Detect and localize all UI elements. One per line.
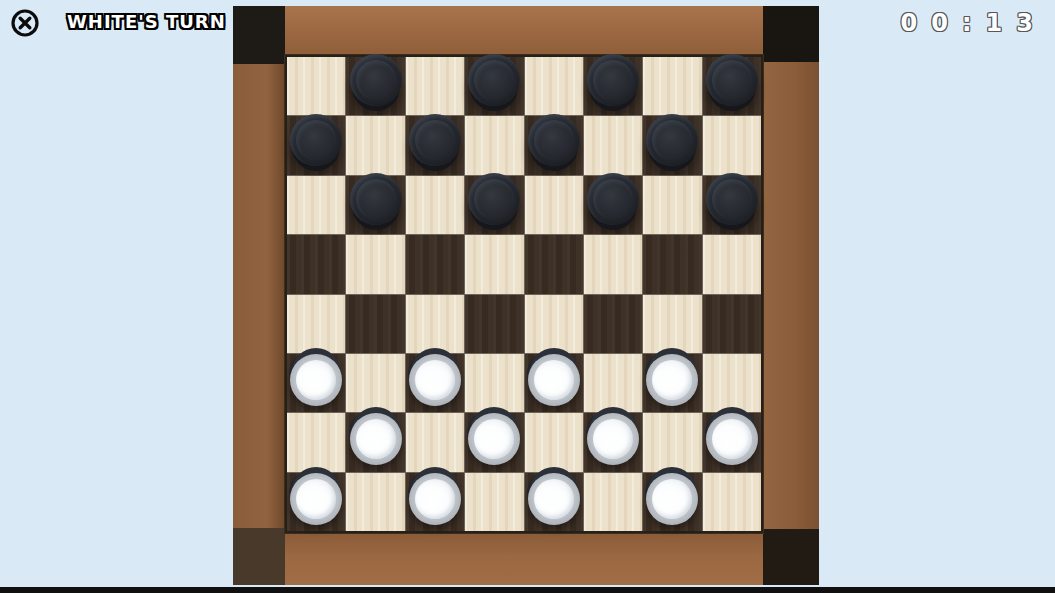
square-g6 [643,176,701,234]
square-b2[interactable] [346,413,404,471]
square-f5 [584,235,642,293]
square-h6[interactable] [703,176,761,234]
black-piece[interactable] [409,114,461,166]
square-d8[interactable] [465,57,523,115]
square-a4 [287,295,345,353]
square-d3 [465,354,523,412]
square-d1 [465,473,523,531]
black-piece[interactable] [528,114,580,166]
square-h7 [703,116,761,174]
close-button[interactable] [9,7,41,39]
square-c7[interactable] [406,116,464,174]
bottom-bar [0,587,1055,593]
square-a5[interactable] [287,235,345,293]
square-h1 [703,473,761,531]
white-piece[interactable] [409,354,461,406]
square-a7[interactable] [287,116,345,174]
square-g4 [643,295,701,353]
square-e7[interactable] [525,116,583,174]
board-frame-right [763,60,819,530]
square-e6 [525,176,583,234]
square-c3[interactable] [406,354,464,412]
square-c8 [406,57,464,115]
black-piece[interactable] [468,54,520,106]
white-piece[interactable] [528,473,580,525]
game-timer: 00:13 [901,9,1047,37]
white-piece[interactable] [409,473,461,525]
square-a2 [287,413,345,471]
square-e8 [525,57,583,115]
board-frame-top [283,6,765,56]
square-e3[interactable] [525,354,583,412]
white-piece[interactable] [290,354,342,406]
black-piece[interactable] [587,173,639,225]
square-e5[interactable] [525,235,583,293]
square-f8[interactable] [584,57,642,115]
square-b6[interactable] [346,176,404,234]
square-h3 [703,354,761,412]
square-g7[interactable] [643,116,701,174]
black-piece[interactable] [468,173,520,225]
square-h2[interactable] [703,413,761,471]
square-f4[interactable] [584,295,642,353]
square-d2[interactable] [465,413,523,471]
black-piece[interactable] [587,54,639,106]
square-b3 [346,354,404,412]
white-piece[interactable] [468,413,520,465]
board-frame-bottom [283,532,765,585]
square-f3 [584,354,642,412]
square-a1[interactable] [287,473,345,531]
square-f7 [584,116,642,174]
square-d7 [465,116,523,174]
board-corner-bottom-left [233,528,285,585]
square-g2 [643,413,701,471]
square-c5[interactable] [406,235,464,293]
square-e1[interactable] [525,473,583,531]
square-b7 [346,116,404,174]
black-piece[interactable] [646,114,698,166]
black-piece[interactable] [350,173,402,225]
white-piece[interactable] [646,473,698,525]
square-h5 [703,235,761,293]
white-piece[interactable] [646,354,698,406]
black-piece[interactable] [706,173,758,225]
checkers-board [233,6,819,585]
square-c6 [406,176,464,234]
white-piece[interactable] [587,413,639,465]
square-a3[interactable] [287,354,345,412]
square-d5 [465,235,523,293]
square-b1 [346,473,404,531]
black-piece[interactable] [350,54,402,106]
white-piece[interactable] [290,473,342,525]
circle-x-icon [9,27,41,42]
square-f6[interactable] [584,176,642,234]
square-g3[interactable] [643,354,701,412]
square-g1[interactable] [643,473,701,531]
square-b8[interactable] [346,57,404,115]
square-d4[interactable] [465,295,523,353]
white-piece[interactable] [528,354,580,406]
square-e4 [525,295,583,353]
black-piece[interactable] [706,54,758,106]
square-f2[interactable] [584,413,642,471]
square-b5 [346,235,404,293]
square-a6 [287,176,345,234]
square-g5[interactable] [643,235,701,293]
square-b4[interactable] [346,295,404,353]
square-e2 [525,413,583,471]
turn-status-text: WHITE'S TURN [67,11,226,32]
square-c1[interactable] [406,473,464,531]
board-corner-bottom-right [763,529,819,585]
square-g8 [643,57,701,115]
board-corner-top-right [763,6,819,62]
board-grid [285,55,763,533]
square-f1 [584,473,642,531]
white-piece[interactable] [706,413,758,465]
board-frame-left [233,62,285,529]
square-h4[interactable] [703,295,761,353]
square-a8 [287,57,345,115]
square-d6[interactable] [465,176,523,234]
square-c2 [406,413,464,471]
square-h8[interactable] [703,57,761,115]
board-corner-top-left [233,6,285,64]
black-piece[interactable] [290,114,342,166]
square-c4 [406,295,464,353]
white-piece[interactable] [350,413,402,465]
